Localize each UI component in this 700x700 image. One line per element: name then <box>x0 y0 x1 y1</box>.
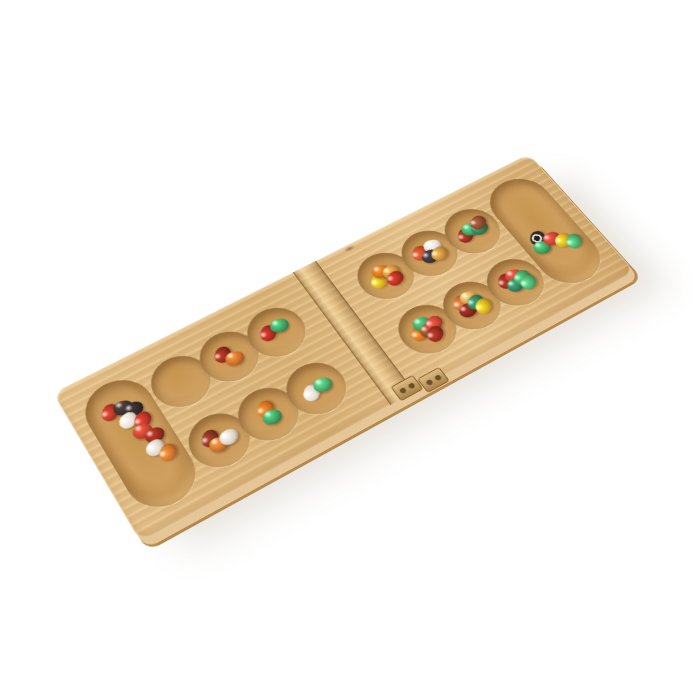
product-photo-background <box>0 0 700 700</box>
mancala-board <box>53 154 635 542</box>
wood-knot <box>343 244 357 253</box>
